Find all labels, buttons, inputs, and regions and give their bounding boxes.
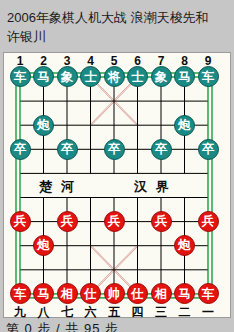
board-cell	[32, 161, 56, 185]
app-window: 2006年象棋人机大战 浪潮天梭先和 许银川 123456789 楚河 汉界 车…	[0, 0, 234, 332]
board-cell: 相	[55, 282, 79, 306]
piece-red-炮[interactable]: 炮	[174, 235, 195, 256]
board-cell	[149, 234, 173, 258]
board-cell	[173, 210, 197, 234]
board-cell: 象	[55, 65, 79, 89]
board-cell: 卒	[196, 137, 220, 161]
board-cell	[126, 137, 150, 161]
board-cell	[79, 185, 103, 209]
piece-red-帅[interactable]: 帅	[104, 283, 125, 304]
board-cell	[173, 258, 197, 282]
piece-black-将[interactable]: 将	[104, 66, 125, 87]
piece-black-士[interactable]: 士	[80, 66, 101, 87]
board-cell: 车	[8, 65, 32, 89]
piece-red-仕[interactable]: 仕	[127, 283, 148, 304]
file-label-bottom-5: 五	[106, 304, 123, 321]
file-label-bottom-7: 三	[153, 304, 170, 321]
board-cell: 车	[196, 282, 220, 306]
board-cell: 马	[173, 282, 197, 306]
piece-black-卒[interactable]: 卒	[198, 139, 219, 160]
board-cell: 将	[102, 65, 126, 89]
piece-red-相[interactable]: 相	[151, 283, 172, 304]
board-cell: 卒	[149, 137, 173, 161]
board-cell: 卒	[102, 137, 126, 161]
piece-black-卒[interactable]: 卒	[104, 139, 125, 160]
board-cell	[79, 258, 103, 282]
piece-red-炮[interactable]: 炮	[33, 235, 54, 256]
piece-red-车[interactable]: 车	[10, 283, 31, 304]
board-cell	[79, 89, 103, 113]
board-cell	[32, 258, 56, 282]
board-cell	[102, 89, 126, 113]
board-cell: 炮	[32, 234, 56, 258]
board-cell	[149, 185, 173, 209]
board-cell	[196, 258, 220, 282]
piece-red-兵[interactable]: 兵	[151, 211, 172, 232]
board-cell	[8, 161, 32, 185]
board-cell	[196, 185, 220, 209]
board-cell	[8, 258, 32, 282]
board-cell: 兵	[8, 210, 32, 234]
board-cell: 炮	[173, 113, 197, 137]
piece-black-炮[interactable]: 炮	[174, 115, 195, 136]
piece-black-卒[interactable]: 卒	[10, 139, 31, 160]
board-cell	[126, 210, 150, 234]
piece-black-象[interactable]: 象	[151, 66, 172, 87]
board-cell	[55, 258, 79, 282]
board-cell	[126, 185, 150, 209]
board-cell: 仕	[79, 282, 103, 306]
board-cell	[8, 113, 32, 137]
board-cell	[8, 234, 32, 258]
board-cell	[149, 113, 173, 137]
board-cell	[55, 185, 79, 209]
board-cell: 兵	[196, 210, 220, 234]
game-title: 2006年象棋人机大战 浪潮天梭先和 许银川	[7, 8, 231, 46]
board-cell: 士	[126, 65, 150, 89]
file-label-bottom-2: 八	[35, 304, 52, 321]
board-cell: 兵	[102, 210, 126, 234]
piece-black-炮[interactable]: 炮	[33, 115, 54, 136]
board-cell: 仕	[126, 282, 150, 306]
piece-black-象[interactable]: 象	[57, 66, 78, 87]
board-cell: 象	[149, 65, 173, 89]
board-cell	[126, 161, 150, 185]
file-label-bottom-1: 九	[12, 304, 29, 321]
board-cell	[55, 234, 79, 258]
board-cell	[196, 234, 220, 258]
piece-black-马[interactable]: 马	[33, 66, 54, 87]
piece-red-马[interactable]: 马	[33, 283, 54, 304]
board-cell	[149, 89, 173, 113]
board-cell: 马	[32, 282, 56, 306]
board-cell	[173, 185, 197, 209]
board-cell	[79, 113, 103, 137]
board-cell	[173, 161, 197, 185]
board-cell	[102, 113, 126, 137]
board-cell	[126, 113, 150, 137]
board-cell	[55, 113, 79, 137]
piece-red-兵[interactable]: 兵	[57, 211, 78, 232]
board-cell	[32, 185, 56, 209]
game-title-line2: 许银川	[7, 27, 231, 46]
board-cell	[196, 113, 220, 137]
board-cell: 帅	[102, 282, 126, 306]
board-cell: 马	[32, 65, 56, 89]
board-cell	[102, 161, 126, 185]
board-cell	[79, 161, 103, 185]
board-cell	[55, 161, 79, 185]
board-cell: 炮	[32, 113, 56, 137]
board-cell: 炮	[173, 234, 197, 258]
board-cell: 卒	[55, 137, 79, 161]
piece-black-马[interactable]: 马	[174, 66, 195, 87]
piece-red-兵[interactable]: 兵	[10, 211, 31, 232]
board-cell	[149, 258, 173, 282]
board-cell	[79, 234, 103, 258]
piece-black-士[interactable]: 士	[127, 66, 148, 87]
xiangqi-board[interactable]: 车马象士将士象马车炮炮卒卒卒卒卒兵兵兵兵兵炮炮车马相仕帅仕相马车	[8, 65, 220, 306]
piece-red-马[interactable]: 马	[174, 283, 195, 304]
board-cell	[196, 89, 220, 113]
board-cell	[173, 89, 197, 113]
piece-red-车[interactable]: 车	[198, 283, 219, 304]
board-cell	[8, 89, 32, 113]
move-status: 第 0 步 / 共 95 步	[6, 320, 119, 332]
board-cell	[196, 161, 220, 185]
board-cell	[173, 137, 197, 161]
board-cell: 相	[149, 282, 173, 306]
piece-red-兵[interactable]: 兵	[198, 211, 219, 232]
board-cell	[102, 185, 126, 209]
piece-black-车[interactable]: 车	[10, 66, 31, 87]
board-cell	[79, 137, 103, 161]
file-label-bottom-9: 一	[200, 304, 217, 321]
board-cell	[102, 234, 126, 258]
board-cell: 士	[79, 65, 103, 89]
file-label-bottom-3: 七	[59, 304, 76, 321]
piece-black-车[interactable]: 车	[198, 66, 219, 87]
board-panel: 123456789 楚河 汉界 车马象士将士象马车炮炮卒卒卒卒卒兵兵兵兵兵炮炮车…	[3, 52, 231, 318]
board-cell: 车	[8, 282, 32, 306]
board-cell	[126, 234, 150, 258]
file-label-bottom-6: 四	[129, 304, 146, 321]
board-cell	[32, 89, 56, 113]
board-cell	[55, 89, 79, 113]
board-cell	[32, 210, 56, 234]
piece-black-卒[interactable]: 卒	[57, 139, 78, 160]
game-title-line1: 2006年象棋人机大战 浪潮天梭先和	[7, 8, 231, 27]
file-label-bottom-4: 六	[82, 304, 99, 321]
board-cell	[79, 210, 103, 234]
file-label-bottom-8: 二	[176, 304, 193, 321]
board-cell	[8, 185, 32, 209]
board-cell	[102, 258, 126, 282]
piece-red-兵[interactable]: 兵	[104, 211, 125, 232]
board-cell: 兵	[149, 210, 173, 234]
board-cell	[126, 258, 150, 282]
board-cell: 车	[196, 65, 220, 89]
board-cell: 兵	[55, 210, 79, 234]
board-cell	[149, 161, 173, 185]
board-cell: 马	[173, 65, 197, 89]
board-cell	[126, 89, 150, 113]
piece-black-卒[interactable]: 卒	[151, 139, 172, 160]
piece-red-相[interactable]: 相	[57, 283, 78, 304]
piece-red-仕[interactable]: 仕	[80, 283, 101, 304]
board-cell: 卒	[8, 137, 32, 161]
board-cell	[32, 137, 56, 161]
